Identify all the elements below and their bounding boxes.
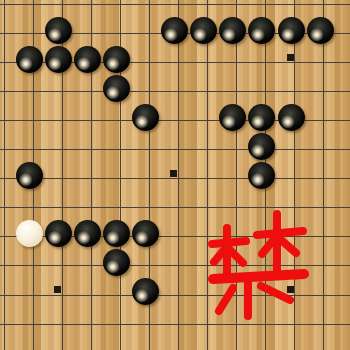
- grid-line-horizontal: [0, 149, 350, 150]
- grid-line-vertical: [4, 0, 5, 350]
- black-stone[interactable]: [16, 46, 43, 73]
- black-stone[interactable]: [132, 278, 159, 305]
- black-stone[interactable]: [278, 104, 305, 131]
- star-point: [54, 286, 61, 293]
- grid-line-horizontal: [0, 324, 350, 325]
- black-stone[interactable]: [103, 249, 130, 276]
- grid-line-horizontal: [0, 91, 350, 92]
- black-stone[interactable]: [45, 220, 72, 247]
- black-stone[interactable]: [74, 220, 101, 247]
- white-stone[interactable]: [16, 220, 43, 247]
- black-stone[interactable]: [248, 17, 275, 44]
- black-stone[interactable]: [45, 46, 72, 73]
- black-stone[interactable]: [74, 46, 101, 73]
- star-point: [287, 54, 294, 61]
- black-stone[interactable]: [132, 104, 159, 131]
- go-board[interactable]: 禁: [0, 0, 350, 350]
- grid-line-horizontal: [0, 4, 350, 5]
- grid-line-vertical: [178, 0, 179, 350]
- grid-line-horizontal: [0, 178, 350, 179]
- black-stone[interactable]: [248, 133, 275, 160]
- black-stone[interactable]: [103, 220, 130, 247]
- screenshot: 禁: [0, 0, 350, 350]
- grid-line-vertical: [323, 0, 324, 350]
- black-stone[interactable]: [132, 220, 159, 247]
- black-stone[interactable]: [278, 17, 305, 44]
- black-stone[interactable]: [219, 17, 246, 44]
- forbidden-character: 禁: [205, 208, 309, 322]
- black-stone[interactable]: [45, 17, 72, 44]
- black-stone[interactable]: [161, 17, 188, 44]
- black-stone[interactable]: [307, 17, 334, 44]
- black-stone[interactable]: [16, 162, 43, 189]
- black-stone[interactable]: [190, 17, 217, 44]
- black-stone[interactable]: [219, 104, 246, 131]
- black-stone[interactable]: [103, 75, 130, 102]
- black-stone[interactable]: [248, 162, 275, 189]
- black-stone[interactable]: [103, 46, 130, 73]
- black-stone[interactable]: [248, 104, 275, 131]
- star-point: [170, 170, 177, 177]
